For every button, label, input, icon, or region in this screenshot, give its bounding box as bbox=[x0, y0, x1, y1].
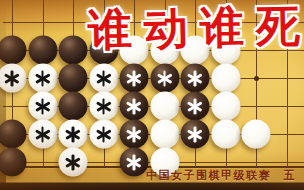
board-point-r3c2[interactable] bbox=[27, 64, 58, 92]
board-point-r5c9[interactable] bbox=[241, 120, 272, 148]
board-point-r5c1[interactable] bbox=[0, 120, 27, 148]
board-point-r4c6[interactable] bbox=[149, 92, 180, 120]
white-stone[interactable] bbox=[150, 120, 179, 149]
white-stone-marked[interactable] bbox=[59, 120, 88, 149]
board-point-r6c4[interactable] bbox=[88, 148, 119, 176]
board-point-r4c4[interactable] bbox=[88, 92, 119, 120]
board-point-r3c8[interactable] bbox=[210, 64, 241, 92]
board-point-r1c1[interactable] bbox=[0, 8, 27, 36]
board-point-r4c8[interactable] bbox=[210, 92, 241, 120]
board-point-r5c4[interactable] bbox=[88, 120, 119, 148]
white-stone-marked[interactable] bbox=[59, 148, 88, 177]
board-point-r6c3[interactable] bbox=[58, 148, 89, 176]
black-stone[interactable] bbox=[0, 36, 27, 65]
board-point-r4c10[interactable] bbox=[271, 92, 302, 120]
white-stone[interactable] bbox=[211, 92, 240, 121]
board-point-r3c10[interactable] bbox=[271, 64, 302, 92]
black-stone-marked[interactable] bbox=[120, 148, 149, 177]
black-stone-marked[interactable] bbox=[120, 64, 149, 93]
board-point-r3c4[interactable] bbox=[88, 64, 119, 92]
black-stone[interactable] bbox=[59, 36, 88, 65]
board-point-r6c5[interactable] bbox=[119, 148, 150, 176]
white-stone-marked[interactable] bbox=[89, 92, 118, 121]
white-stone-marked[interactable] bbox=[28, 92, 57, 121]
white-stone-marked[interactable] bbox=[28, 64, 57, 93]
board-point-r2c2[interactable] bbox=[27, 36, 58, 64]
board-point-r4c9[interactable] bbox=[241, 92, 272, 120]
white-stone-marked[interactable] bbox=[28, 120, 57, 149]
white-stone[interactable] bbox=[150, 92, 179, 121]
board-point-r5c5[interactable] bbox=[119, 120, 150, 148]
black-stone-marked[interactable] bbox=[120, 120, 149, 149]
board-point-r4c2[interactable] bbox=[27, 92, 58, 120]
board-point-r3c7[interactable] bbox=[180, 64, 211, 92]
board-point-r3c5[interactable] bbox=[119, 64, 150, 92]
board-point-r5c8[interactable] bbox=[210, 120, 241, 148]
board-point-r4c5[interactable] bbox=[119, 92, 150, 120]
board-point-r1c3[interactable] bbox=[58, 8, 89, 36]
board-point-r4c7[interactable] bbox=[180, 92, 211, 120]
board-point-r5c7[interactable] bbox=[180, 120, 211, 148]
board-point-r5c3[interactable] bbox=[58, 120, 89, 148]
board-point-r2c3[interactable] bbox=[58, 36, 89, 64]
black-stone[interactable] bbox=[59, 64, 88, 93]
black-stone-marked[interactable] bbox=[150, 64, 179, 93]
black-stone-marked[interactable] bbox=[120, 92, 149, 121]
board-point-r6c1[interactable] bbox=[0, 148, 27, 176]
board-point-r5c10[interactable] bbox=[271, 120, 302, 148]
white-stone[interactable] bbox=[211, 120, 240, 149]
black-stone[interactable] bbox=[0, 148, 27, 177]
black-stone-marked[interactable] bbox=[181, 120, 210, 149]
white-stone[interactable] bbox=[211, 64, 240, 93]
go-photo-thumbnail: 谁动谁死 中国女子围棋甲级联赛 五 bbox=[0, 0, 304, 190]
board-point-r2c1[interactable] bbox=[0, 36, 27, 64]
black-stone-marked[interactable] bbox=[181, 92, 210, 121]
board-point-r3c1[interactable] bbox=[0, 64, 27, 92]
board-point-r6c2[interactable] bbox=[27, 148, 58, 176]
board-point-r5c2[interactable] bbox=[27, 120, 58, 148]
white-stone-marked[interactable] bbox=[0, 64, 27, 93]
board-point-r5c6[interactable] bbox=[149, 120, 180, 148]
black-stone-marked[interactable] bbox=[181, 64, 210, 93]
white-stone-marked[interactable] bbox=[89, 120, 118, 149]
event-caption: 中国女子围棋甲级联赛 五 bbox=[146, 168, 296, 183]
board-point-r3c3[interactable] bbox=[58, 64, 89, 92]
black-stone[interactable] bbox=[28, 36, 57, 65]
black-stone[interactable] bbox=[59, 92, 88, 121]
board-point-r3c9[interactable] bbox=[241, 64, 272, 92]
white-stone-marked[interactable] bbox=[89, 64, 118, 93]
board-point-r4c3[interactable] bbox=[58, 92, 89, 120]
board-point-r4c1[interactable] bbox=[0, 92, 27, 120]
title-overlay: 谁动谁死 bbox=[88, 2, 304, 55]
board-point-r1c2[interactable] bbox=[27, 8, 58, 36]
board-point-r3c6[interactable] bbox=[149, 64, 180, 92]
black-stone[interactable] bbox=[0, 120, 27, 149]
white-stone[interactable] bbox=[242, 120, 271, 149]
